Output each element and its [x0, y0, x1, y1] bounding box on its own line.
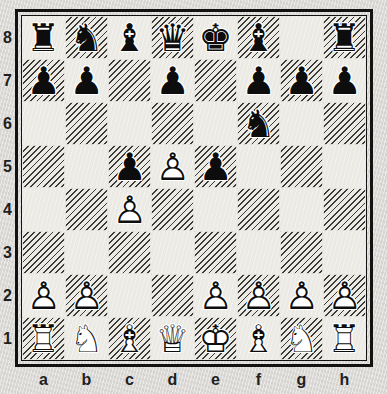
square-e5: ♟♟ [194, 145, 237, 188]
square-g6 [280, 102, 323, 145]
piece-black-pawn: ♟ [280, 59, 323, 102]
square-a1: ♜♖ [22, 317, 65, 360]
square-d5: ♟♙ [151, 145, 194, 188]
piece-white-knight: ♘ [280, 317, 323, 360]
square-c1: ♝♗ [108, 317, 151, 360]
square-c6 [108, 102, 151, 145]
square-f5 [237, 145, 280, 188]
piece-black-rook: ♜ [323, 16, 366, 59]
file-label-d: d [151, 369, 194, 391]
file-label-b: b [65, 369, 108, 391]
square-h5 [323, 145, 366, 188]
square-e7 [194, 59, 237, 102]
square-a6 [22, 102, 65, 145]
square-h4 [323, 188, 366, 231]
piece-black-pawn: ♟ [194, 145, 237, 188]
square-b3 [65, 231, 108, 274]
rank-label-6: 6 [0, 102, 15, 145]
file-label-h: h [323, 369, 366, 391]
piece-white-bishop: ♗ [237, 317, 280, 360]
square-a2: ♟♙ [22, 274, 65, 317]
square-e2: ♟♙ [194, 274, 237, 317]
piece-white-king: ♔ [194, 317, 237, 360]
square-f1: ♝♗ [237, 317, 280, 360]
piece-black-rook: ♜ [22, 16, 65, 59]
file-label-c: c [108, 369, 151, 391]
rank-label-3: 3 [0, 231, 15, 274]
square-d3 [151, 231, 194, 274]
square-c5: ♟♟ [108, 145, 151, 188]
square-a4 [22, 188, 65, 231]
square-c4: ♟♙ [108, 188, 151, 231]
square-a5 [22, 145, 65, 188]
square-c3 [108, 231, 151, 274]
board-inner-frame: ♜♜♞♞♝♝♛♛♚♚♝♝♜♜♟♟♟♟♟♟♟♟♟♟♟♟♞♞♟♟♟♙♟♟♟♙♟♙♟♙… [21, 15, 367, 361]
square-f7: ♟♟ [237, 59, 280, 102]
piece-white-pawn: ♙ [108, 188, 151, 231]
square-b1: ♞♘ [65, 317, 108, 360]
piece-white-bishop: ♗ [108, 317, 151, 360]
piece-white-pawn: ♙ [65, 274, 108, 317]
file-label-g: g [280, 369, 323, 391]
square-d2 [151, 274, 194, 317]
square-c7 [108, 59, 151, 102]
square-f4 [237, 188, 280, 231]
square-e4 [194, 188, 237, 231]
square-h2: ♟♙ [323, 274, 366, 317]
square-g7: ♟♟ [280, 59, 323, 102]
square-f3 [237, 231, 280, 274]
square-d7: ♟♟ [151, 59, 194, 102]
piece-white-pawn: ♙ [22, 274, 65, 317]
square-h6 [323, 102, 366, 145]
square-g3 [280, 231, 323, 274]
square-b5 [65, 145, 108, 188]
square-h8: ♜♜ [323, 16, 366, 59]
piece-black-knight: ♞ [237, 102, 280, 145]
piece-white-pawn: ♙ [237, 274, 280, 317]
square-d4 [151, 188, 194, 231]
piece-black-queen: ♛ [151, 16, 194, 59]
piece-black-king: ♚ [194, 16, 237, 59]
rank-label-1: 1 [0, 317, 15, 360]
chess-diagram: 87654321 ♜♜♞♞♝♝♛♛♚♚♝♝♜♜♟♟♟♟♟♟♟♟♟♟♟♟♞♞♟♟♟… [0, 0, 387, 394]
file-label-e: e [194, 369, 237, 391]
piece-black-pawn: ♟ [237, 59, 280, 102]
square-b6 [65, 102, 108, 145]
square-g5 [280, 145, 323, 188]
board-frame: ♜♜♞♞♝♝♛♛♚♚♝♝♜♜♟♟♟♟♟♟♟♟♟♟♟♟♞♞♟♟♟♙♟♟♟♙♟♙♟♙… [15, 9, 373, 367]
square-b7: ♟♟ [65, 59, 108, 102]
square-d8: ♛♛ [151, 16, 194, 59]
file-labels: abcdefgh [22, 369, 366, 391]
piece-black-pawn: ♟ [151, 59, 194, 102]
file-label-a: a [22, 369, 65, 391]
square-g8 [280, 16, 323, 59]
chess-board: ♜♜♞♞♝♝♛♛♚♚♝♝♜♜♟♟♟♟♟♟♟♟♟♟♟♟♞♞♟♟♟♙♟♟♟♙♟♙♟♙… [22, 16, 366, 360]
square-f8: ♝♝ [237, 16, 280, 59]
piece-black-pawn: ♟ [323, 59, 366, 102]
square-b4 [65, 188, 108, 231]
square-e8: ♚♚ [194, 16, 237, 59]
piece-white-pawn: ♙ [194, 274, 237, 317]
square-b2: ♟♙ [65, 274, 108, 317]
piece-black-bishop: ♝ [108, 16, 151, 59]
rank-label-8: 8 [0, 16, 15, 59]
square-a7: ♟♟ [22, 59, 65, 102]
square-a3 [22, 231, 65, 274]
square-c8: ♝♝ [108, 16, 151, 59]
square-e1: ♚♔ [194, 317, 237, 360]
square-e6 [194, 102, 237, 145]
square-g1: ♞♘ [280, 317, 323, 360]
piece-white-knight: ♘ [65, 317, 108, 360]
piece-black-pawn: ♟ [22, 59, 65, 102]
rank-labels: 87654321 [0, 16, 15, 360]
square-h7: ♟♟ [323, 59, 366, 102]
piece-white-rook: ♖ [22, 317, 65, 360]
file-label-f: f [237, 369, 280, 391]
square-f6: ♞♞ [237, 102, 280, 145]
square-g2: ♟♙ [280, 274, 323, 317]
rank-label-5: 5 [0, 145, 15, 188]
piece-white-pawn: ♙ [323, 274, 366, 317]
piece-white-rook: ♖ [323, 317, 366, 360]
rank-label-4: 4 [0, 188, 15, 231]
square-h3 [323, 231, 366, 274]
piece-black-bishop: ♝ [237, 16, 280, 59]
square-h1: ♜♖ [323, 317, 366, 360]
square-e3 [194, 231, 237, 274]
square-f2: ♟♙ [237, 274, 280, 317]
piece-white-queen: ♕ [151, 317, 194, 360]
square-g4 [280, 188, 323, 231]
piece-black-pawn: ♟ [108, 145, 151, 188]
square-d6 [151, 102, 194, 145]
rank-label-7: 7 [0, 59, 15, 102]
piece-white-pawn: ♙ [151, 145, 194, 188]
square-a8: ♜♜ [22, 16, 65, 59]
piece-white-pawn: ♙ [280, 274, 323, 317]
piece-black-pawn: ♟ [65, 59, 108, 102]
piece-black-knight: ♞ [65, 16, 108, 59]
square-b8: ♞♞ [65, 16, 108, 59]
square-d1: ♛♕ [151, 317, 194, 360]
rank-label-2: 2 [0, 274, 15, 317]
square-c2 [108, 274, 151, 317]
